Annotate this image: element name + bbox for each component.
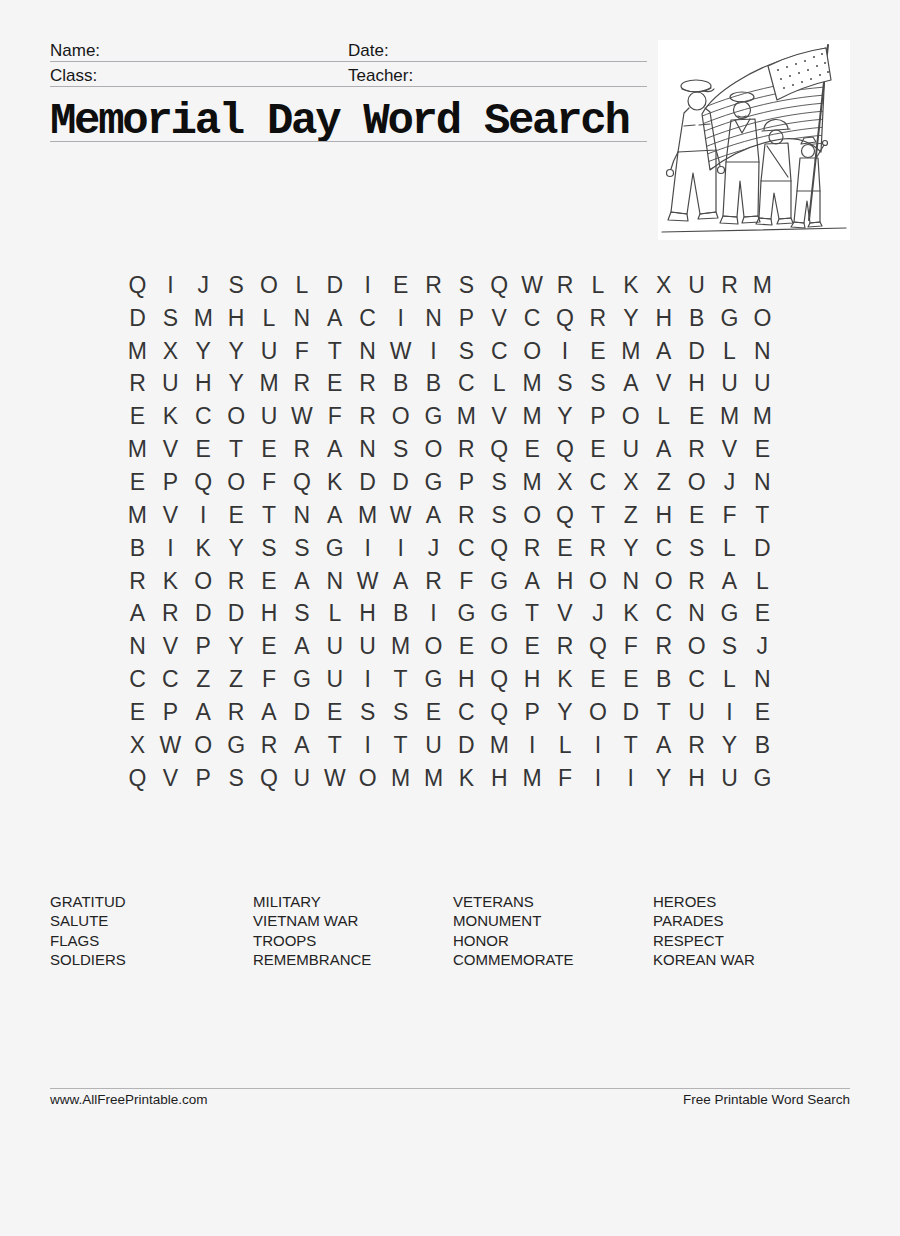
grid-cell-r8-c7[interactable]: A <box>318 499 351 532</box>
grid-cell-r11-c16[interactable]: K <box>614 597 647 630</box>
grid-cell-r5-c11[interactable]: M <box>450 400 483 433</box>
grid-cell-r1-c20[interactable]: M <box>746 269 779 302</box>
grid-cell-r2-c19[interactable]: G <box>713 302 746 335</box>
grid-cell-r15-c12[interactable]: M <box>483 729 516 762</box>
grid-cell-r1-c7[interactable]: D <box>318 269 351 302</box>
grid-cell-r15-c5[interactable]: R <box>253 729 286 762</box>
grid-cell-r2-c17[interactable]: H <box>647 302 680 335</box>
grid-cell-r6-c13[interactable]: E <box>516 433 549 466</box>
grid-cell-r6-c20[interactable]: E <box>746 433 779 466</box>
grid-cell-r2-c7[interactable]: A <box>318 302 351 335</box>
grid-cell-r10-c10[interactable]: R <box>417 565 450 598</box>
grid-cell-r9-c3[interactable]: K <box>187 532 220 565</box>
grid-cell-r5-c13[interactable]: M <box>516 400 549 433</box>
grid-cell-r10-c15[interactable]: O <box>581 565 614 598</box>
grid-cell-r7-c6[interactable]: Q <box>285 466 318 499</box>
grid-cell-r13-c5[interactable]: F <box>253 663 286 696</box>
grid-cell-r12-c3[interactable]: P <box>187 630 220 663</box>
grid-cell-r9-c4[interactable]: Y <box>220 532 253 565</box>
grid-cell-r14-c17[interactable]: T <box>647 696 680 729</box>
grid-cell-r8-c5[interactable]: T <box>253 499 286 532</box>
grid-cell-r13-c3[interactable]: Z <box>187 663 220 696</box>
grid-cell-r14-c6[interactable]: D <box>285 696 318 729</box>
grid-cell-r15-c8[interactable]: I <box>351 729 384 762</box>
grid-cell-r10-c11[interactable]: F <box>450 565 483 598</box>
grid-cell-r12-c8[interactable]: U <box>351 630 384 663</box>
grid-cell-r5-c19[interactable]: M <box>713 400 746 433</box>
grid-cell-r2-c9[interactable]: I <box>384 302 417 335</box>
grid-cell-r6-c1[interactable]: M <box>121 433 154 466</box>
grid-cell-r3-c18[interactable]: D <box>680 335 713 368</box>
grid-cell-r14-c7[interactable]: E <box>318 696 351 729</box>
grid-cell-r6-c2[interactable]: V <box>154 433 187 466</box>
grid-cell-r2-c18[interactable]: B <box>680 302 713 335</box>
grid-cell-r12-c18[interactable]: O <box>680 630 713 663</box>
grid-cell-r9-c8[interactable]: I <box>351 532 384 565</box>
grid-cell-r13-c11[interactable]: H <box>450 663 483 696</box>
grid-cell-r8-c18[interactable]: E <box>680 499 713 532</box>
grid-cell-r10-c5[interactable]: E <box>253 565 286 598</box>
grid-cell-r6-c12[interactable]: Q <box>483 433 516 466</box>
grid-cell-r9-c9[interactable]: I <box>384 532 417 565</box>
grid-cell-r13-c9[interactable]: T <box>384 663 417 696</box>
grid-cell-r13-c16[interactable]: E <box>614 663 647 696</box>
grid-cell-r13-c1[interactable]: C <box>121 663 154 696</box>
grid-cell-r11-c11[interactable]: G <box>450 597 483 630</box>
grid-cell-r14-c4[interactable]: R <box>220 696 253 729</box>
grid-cell-r5-c3[interactable]: C <box>187 400 220 433</box>
grid-cell-r7-c20[interactable]: N <box>746 466 779 499</box>
grid-cell-r13-c10[interactable]: G <box>417 663 450 696</box>
grid-cell-r3-c20[interactable]: N <box>746 335 779 368</box>
grid-cell-r7-c8[interactable]: D <box>351 466 384 499</box>
grid-cell-r5-c4[interactable]: O <box>220 400 253 433</box>
grid-cell-r7-c18[interactable]: O <box>680 466 713 499</box>
grid-cell-r5-c18[interactable]: E <box>680 400 713 433</box>
grid-cell-r1-c19[interactable]: R <box>713 269 746 302</box>
grid-cell-r10-c20[interactable]: L <box>746 565 779 598</box>
grid-cell-r12-c17[interactable]: R <box>647 630 680 663</box>
grid-cell-r6-c6[interactable]: R <box>285 433 318 466</box>
grid-cell-r12-c20[interactable]: J <box>746 630 779 663</box>
grid-cell-r10-c16[interactable]: N <box>614 565 647 598</box>
grid-cell-r2-c14[interactable]: Q <box>549 302 582 335</box>
grid-cell-r7-c19[interactable]: J <box>713 466 746 499</box>
grid-cell-r7-c7[interactable]: K <box>318 466 351 499</box>
grid-cell-r1-c6[interactable]: L <box>285 269 318 302</box>
grid-cell-r3-c12[interactable]: C <box>483 335 516 368</box>
grid-cell-r4-c13[interactable]: M <box>516 368 549 401</box>
grid-cell-r7-c11[interactable]: P <box>450 466 483 499</box>
grid-cell-r9-c18[interactable]: S <box>680 532 713 565</box>
grid-cell-r1-c13[interactable]: W <box>516 269 549 302</box>
grid-cell-r13-c19[interactable]: L <box>713 663 746 696</box>
grid-cell-r13-c14[interactable]: K <box>549 663 582 696</box>
grid-cell-r15-c3[interactable]: O <box>187 729 220 762</box>
grid-cell-r16-c17[interactable]: Y <box>647 762 680 795</box>
grid-cell-r3-c14[interactable]: I <box>549 335 582 368</box>
grid-cell-r9-c14[interactable]: E <box>549 532 582 565</box>
grid-cell-r10-c9[interactable]: A <box>384 565 417 598</box>
grid-cell-r16-c19[interactable]: U <box>713 762 746 795</box>
grid-cell-r2-c10[interactable]: N <box>417 302 450 335</box>
grid-cell-r16-c5[interactable]: Q <box>253 762 286 795</box>
grid-cell-r14-c14[interactable]: Y <box>549 696 582 729</box>
grid-cell-r4-c17[interactable]: V <box>647 368 680 401</box>
grid-cell-r10-c1[interactable]: R <box>121 565 154 598</box>
grid-cell-r10-c2[interactable]: K <box>154 565 187 598</box>
grid-cell-r6-c18[interactable]: R <box>680 433 713 466</box>
grid-cell-r9-c1[interactable]: B <box>121 532 154 565</box>
grid-cell-r5-c9[interactable]: O <box>384 400 417 433</box>
grid-cell-r1-c12[interactable]: Q <box>483 269 516 302</box>
grid-cell-r14-c18[interactable]: U <box>680 696 713 729</box>
grid-cell-r12-c13[interactable]: E <box>516 630 549 663</box>
grid-cell-r14-c13[interactable]: P <box>516 696 549 729</box>
grid-cell-r2-c15[interactable]: R <box>581 302 614 335</box>
grid-cell-r8-c20[interactable]: T <box>746 499 779 532</box>
grid-cell-r3-c2[interactable]: X <box>154 335 187 368</box>
grid-cell-r5-c17[interactable]: L <box>647 400 680 433</box>
grid-cell-r8-c2[interactable]: V <box>154 499 187 532</box>
grid-cell-r10-c4[interactable]: R <box>220 565 253 598</box>
grid-cell-r9-c12[interactable]: Q <box>483 532 516 565</box>
grid-cell-r8-c17[interactable]: H <box>647 499 680 532</box>
grid-cell-r14-c11[interactable]: C <box>450 696 483 729</box>
grid-cell-r15-c9[interactable]: T <box>384 729 417 762</box>
grid-cell-r9-c5[interactable]: S <box>253 532 286 565</box>
grid-cell-r9-c15[interactable]: R <box>581 532 614 565</box>
grid-cell-r4-c5[interactable]: M <box>253 368 286 401</box>
grid-cell-r3-c17[interactable]: A <box>647 335 680 368</box>
grid-cell-r11-c10[interactable]: I <box>417 597 450 630</box>
grid-cell-r11-c13[interactable]: T <box>516 597 549 630</box>
grid-cell-r4-c15[interactable]: S <box>581 368 614 401</box>
grid-cell-r1-c1[interactable]: Q <box>121 269 154 302</box>
grid-cell-r8-c12[interactable]: S <box>483 499 516 532</box>
grid-cell-r10-c6[interactable]: A <box>285 565 318 598</box>
grid-cell-r1-c2[interactable]: I <box>154 269 187 302</box>
grid-cell-r4-c18[interactable]: H <box>680 368 713 401</box>
grid-cell-r16-c10[interactable]: M <box>417 762 450 795</box>
grid-cell-r12-c1[interactable]: N <box>121 630 154 663</box>
grid-cell-r15-c7[interactable]: T <box>318 729 351 762</box>
grid-cell-r9-c17[interactable]: C <box>647 532 680 565</box>
grid-cell-r16-c1[interactable]: Q <box>121 762 154 795</box>
grid-cell-r4-c16[interactable]: A <box>614 368 647 401</box>
grid-cell-r9-c16[interactable]: Y <box>614 532 647 565</box>
grid-cell-r12-c6[interactable]: A <box>285 630 318 663</box>
grid-cell-r3-c5[interactable]: U <box>253 335 286 368</box>
grid-cell-r1-c18[interactable]: U <box>680 269 713 302</box>
grid-cell-r5-c6[interactable]: W <box>285 400 318 433</box>
grid-cell-r11-c5[interactable]: H <box>253 597 286 630</box>
grid-cell-r11-c2[interactable]: R <box>154 597 187 630</box>
grid-cell-r2-c6[interactable]: N <box>285 302 318 335</box>
grid-cell-r4-c9[interactable]: B <box>384 368 417 401</box>
grid-cell-r11-c4[interactable]: D <box>220 597 253 630</box>
grid-cell-r13-c18[interactable]: C <box>680 663 713 696</box>
grid-cell-r16-c8[interactable]: O <box>351 762 384 795</box>
grid-cell-r3-c16[interactable]: M <box>614 335 647 368</box>
grid-cell-r12-c7[interactable]: U <box>318 630 351 663</box>
grid-cell-r13-c4[interactable]: Z <box>220 663 253 696</box>
grid-cell-r13-c13[interactable]: H <box>516 663 549 696</box>
grid-cell-r16-c11[interactable]: K <box>450 762 483 795</box>
grid-cell-r1-c5[interactable]: O <box>253 269 286 302</box>
grid-cell-r6-c8[interactable]: N <box>351 433 384 466</box>
grid-cell-r3-c1[interactable]: M <box>121 335 154 368</box>
grid-cell-r6-c16[interactable]: U <box>614 433 647 466</box>
grid-cell-r5-c8[interactable]: R <box>351 400 384 433</box>
grid-cell-r11-c8[interactable]: H <box>351 597 384 630</box>
grid-cell-r7-c17[interactable]: Z <box>647 466 680 499</box>
grid-cell-r15-c11[interactable]: D <box>450 729 483 762</box>
grid-cell-r14-c19[interactable]: I <box>713 696 746 729</box>
grid-cell-r1-c4[interactable]: S <box>220 269 253 302</box>
grid-cell-r13-c20[interactable]: N <box>746 663 779 696</box>
grid-cell-r7-c2[interactable]: P <box>154 466 187 499</box>
grid-cell-r16-c16[interactable]: I <box>614 762 647 795</box>
grid-cell-r13-c8[interactable]: I <box>351 663 384 696</box>
grid-cell-r6-c11[interactable]: R <box>450 433 483 466</box>
grid-cell-r1-c10[interactable]: R <box>417 269 450 302</box>
grid-cell-r12-c11[interactable]: E <box>450 630 483 663</box>
grid-cell-r11-c20[interactable]: E <box>746 597 779 630</box>
grid-cell-r7-c9[interactable]: D <box>384 466 417 499</box>
grid-cell-r4-c2[interactable]: U <box>154 368 187 401</box>
grid-cell-r12-c15[interactable]: Q <box>581 630 614 663</box>
grid-cell-r9-c19[interactable]: L <box>713 532 746 565</box>
grid-cell-r14-c10[interactable]: E <box>417 696 450 729</box>
grid-cell-r14-c9[interactable]: S <box>384 696 417 729</box>
grid-cell-r5-c14[interactable]: Y <box>549 400 582 433</box>
grid-cell-r1-c16[interactable]: K <box>614 269 647 302</box>
grid-cell-r13-c6[interactable]: G <box>285 663 318 696</box>
grid-cell-r3-c8[interactable]: N <box>351 335 384 368</box>
grid-cell-r12-c4[interactable]: Y <box>220 630 253 663</box>
grid-cell-r15-c14[interactable]: L <box>549 729 582 762</box>
grid-cell-r5-c15[interactable]: P <box>581 400 614 433</box>
grid-cell-r11-c12[interactable]: G <box>483 597 516 630</box>
grid-cell-r14-c8[interactable]: S <box>351 696 384 729</box>
grid-cell-r16-c4[interactable]: S <box>220 762 253 795</box>
grid-cell-r2-c1[interactable]: D <box>121 302 154 335</box>
grid-cell-r15-c16[interactable]: T <box>614 729 647 762</box>
grid-cell-r2-c20[interactable]: O <box>746 302 779 335</box>
grid-cell-r14-c16[interactable]: D <box>614 696 647 729</box>
grid-cell-r5-c7[interactable]: F <box>318 400 351 433</box>
grid-cell-r1-c3[interactable]: J <box>187 269 220 302</box>
grid-cell-r2-c2[interactable]: S <box>154 302 187 335</box>
grid-cell-r4-c19[interactable]: U <box>713 368 746 401</box>
grid-cell-r10-c19[interactable]: A <box>713 565 746 598</box>
grid-cell-r14-c20[interactable]: E <box>746 696 779 729</box>
grid-cell-r15-c6[interactable]: A <box>285 729 318 762</box>
grid-cell-r9-c6[interactable]: S <box>285 532 318 565</box>
grid-cell-r8-c9[interactable]: W <box>384 499 417 532</box>
grid-cell-r14-c3[interactable]: A <box>187 696 220 729</box>
grid-cell-r2-c11[interactable]: P <box>450 302 483 335</box>
grid-cell-r8-c13[interactable]: O <box>516 499 549 532</box>
grid-cell-r11-c18[interactable]: N <box>680 597 713 630</box>
grid-cell-r8-c14[interactable]: Q <box>549 499 582 532</box>
grid-cell-r10-c14[interactable]: H <box>549 565 582 598</box>
grid-cell-r8-c1[interactable]: M <box>121 499 154 532</box>
grid-cell-r14-c5[interactable]: A <box>253 696 286 729</box>
grid-cell-r6-c14[interactable]: Q <box>549 433 582 466</box>
grid-cell-r4-c11[interactable]: C <box>450 368 483 401</box>
grid-cell-r3-c3[interactable]: Y <box>187 335 220 368</box>
grid-cell-r2-c3[interactable]: M <box>187 302 220 335</box>
grid-cell-r4-c3[interactable]: H <box>187 368 220 401</box>
grid-cell-r7-c10[interactable]: G <box>417 466 450 499</box>
grid-cell-r10-c3[interactable]: O <box>187 565 220 598</box>
grid-cell-r8-c10[interactable]: A <box>417 499 450 532</box>
grid-cell-r16-c9[interactable]: M <box>384 762 417 795</box>
grid-cell-r12-c5[interactable]: E <box>253 630 286 663</box>
grid-cell-r7-c12[interactable]: S <box>483 466 516 499</box>
grid-cell-r10-c7[interactable]: N <box>318 565 351 598</box>
grid-cell-r4-c7[interactable]: E <box>318 368 351 401</box>
grid-cell-r16-c3[interactable]: P <box>187 762 220 795</box>
grid-cell-r16-c7[interactable]: W <box>318 762 351 795</box>
grid-cell-r9-c11[interactable]: C <box>450 532 483 565</box>
grid-cell-r9-c2[interactable]: I <box>154 532 187 565</box>
grid-cell-r3-c11[interactable]: S <box>450 335 483 368</box>
grid-cell-r6-c5[interactable]: E <box>253 433 286 466</box>
grid-cell-r16-c2[interactable]: V <box>154 762 187 795</box>
grid-cell-r9-c13[interactable]: R <box>516 532 549 565</box>
grid-cell-r10-c18[interactable]: R <box>680 565 713 598</box>
grid-cell-r16-c12[interactable]: H <box>483 762 516 795</box>
grid-cell-r6-c17[interactable]: A <box>647 433 680 466</box>
grid-cell-r2-c12[interactable]: V <box>483 302 516 335</box>
grid-cell-r11-c3[interactable]: D <box>187 597 220 630</box>
grid-cell-r5-c12[interactable]: V <box>483 400 516 433</box>
grid-cell-r8-c15[interactable]: T <box>581 499 614 532</box>
grid-cell-r5-c10[interactable]: G <box>417 400 450 433</box>
grid-cell-r15-c20[interactable]: B <box>746 729 779 762</box>
grid-cell-r9-c7[interactable]: G <box>318 532 351 565</box>
grid-cell-r12-c12[interactable]: O <box>483 630 516 663</box>
grid-cell-r6-c19[interactable]: V <box>713 433 746 466</box>
grid-cell-r4-c8[interactable]: R <box>351 368 384 401</box>
grid-cell-r1-c11[interactable]: S <box>450 269 483 302</box>
grid-cell-r1-c17[interactable]: X <box>647 269 680 302</box>
grid-cell-r16-c20[interactable]: G <box>746 762 779 795</box>
grid-cell-r12-c9[interactable]: M <box>384 630 417 663</box>
grid-cell-r2-c8[interactable]: C <box>351 302 384 335</box>
grid-cell-r3-c19[interactable]: L <box>713 335 746 368</box>
grid-cell-r4-c10[interactable]: B <box>417 368 450 401</box>
grid-cell-r13-c17[interactable]: B <box>647 663 680 696</box>
grid-cell-r11-c7[interactable]: L <box>318 597 351 630</box>
grid-cell-r2-c4[interactable]: H <box>220 302 253 335</box>
grid-cell-r13-c7[interactable]: U <box>318 663 351 696</box>
grid-cell-r2-c16[interactable]: Y <box>614 302 647 335</box>
grid-cell-r15-c13[interactable]: I <box>516 729 549 762</box>
grid-cell-r11-c6[interactable]: S <box>285 597 318 630</box>
grid-cell-r13-c2[interactable]: C <box>154 663 187 696</box>
grid-cell-r12-c10[interactable]: O <box>417 630 450 663</box>
grid-cell-r12-c19[interactable]: S <box>713 630 746 663</box>
grid-cell-r8-c16[interactable]: Z <box>614 499 647 532</box>
grid-cell-r8-c6[interactable]: N <box>285 499 318 532</box>
grid-cell-r1-c15[interactable]: L <box>581 269 614 302</box>
grid-cell-r5-c16[interactable]: O <box>614 400 647 433</box>
grid-cell-r4-c4[interactable]: Y <box>220 368 253 401</box>
grid-cell-r3-c9[interactable]: W <box>384 335 417 368</box>
grid-cell-r4-c20[interactable]: U <box>746 368 779 401</box>
grid-cell-r16-c15[interactable]: I <box>581 762 614 795</box>
grid-cell-r7-c13[interactable]: M <box>516 466 549 499</box>
grid-cell-r13-c12[interactable]: Q <box>483 663 516 696</box>
grid-cell-r15-c4[interactable]: G <box>220 729 253 762</box>
grid-cell-r8-c19[interactable]: F <box>713 499 746 532</box>
grid-cell-r7-c15[interactable]: C <box>581 466 614 499</box>
grid-cell-r13-c15[interactable]: E <box>581 663 614 696</box>
grid-cell-r3-c15[interactable]: E <box>581 335 614 368</box>
grid-cell-r8-c8[interactable]: M <box>351 499 384 532</box>
grid-cell-r2-c13[interactable]: C <box>516 302 549 335</box>
grid-cell-r15-c10[interactable]: U <box>417 729 450 762</box>
grid-cell-r3-c6[interactable]: F <box>285 335 318 368</box>
grid-cell-r1-c9[interactable]: E <box>384 269 417 302</box>
grid-cell-r5-c20[interactable]: M <box>746 400 779 433</box>
grid-cell-r5-c1[interactable]: E <box>121 400 154 433</box>
grid-cell-r9-c10[interactable]: J <box>417 532 450 565</box>
grid-cell-r3-c4[interactable]: Y <box>220 335 253 368</box>
grid-cell-r7-c3[interactable]: Q <box>187 466 220 499</box>
grid-cell-r6-c3[interactable]: E <box>187 433 220 466</box>
grid-cell-r2-c5[interactable]: L <box>253 302 286 335</box>
grid-cell-r14-c15[interactable]: O <box>581 696 614 729</box>
grid-cell-r7-c1[interactable]: E <box>121 466 154 499</box>
grid-cell-r11-c17[interactable]: C <box>647 597 680 630</box>
grid-cell-r6-c9[interactable]: S <box>384 433 417 466</box>
grid-cell-r14-c1[interactable]: E <box>121 696 154 729</box>
grid-cell-r6-c7[interactable]: A <box>318 433 351 466</box>
grid-cell-r10-c12[interactable]: G <box>483 565 516 598</box>
grid-cell-r10-c8[interactable]: W <box>351 565 384 598</box>
grid-cell-r11-c1[interactable]: A <box>121 597 154 630</box>
grid-cell-r8-c4[interactable]: E <box>220 499 253 532</box>
grid-cell-r12-c16[interactable]: F <box>614 630 647 663</box>
grid-cell-r4-c6[interactable]: R <box>285 368 318 401</box>
grid-cell-r6-c4[interactable]: T <box>220 433 253 466</box>
grid-cell-r3-c13[interactable]: O <box>516 335 549 368</box>
grid-cell-r7-c4[interactable]: O <box>220 466 253 499</box>
grid-cell-r12-c2[interactable]: V <box>154 630 187 663</box>
grid-cell-r15-c18[interactable]: R <box>680 729 713 762</box>
grid-cell-r16-c6[interactable]: U <box>285 762 318 795</box>
grid-cell-r15-c1[interactable]: X <box>121 729 154 762</box>
grid-cell-r11-c14[interactable]: V <box>549 597 582 630</box>
grid-cell-r15-c19[interactable]: Y <box>713 729 746 762</box>
grid-cell-r12-c14[interactable]: R <box>549 630 582 663</box>
grid-cell-r4-c12[interactable]: L <box>483 368 516 401</box>
grid-cell-r1-c14[interactable]: R <box>549 269 582 302</box>
grid-cell-r5-c2[interactable]: K <box>154 400 187 433</box>
grid-cell-r11-c19[interactable]: G <box>713 597 746 630</box>
grid-cell-r8-c11[interactable]: R <box>450 499 483 532</box>
grid-cell-r15-c15[interactable]: I <box>581 729 614 762</box>
grid-cell-r5-c5[interactable]: U <box>253 400 286 433</box>
grid-cell-r8-c3[interactable]: I <box>187 499 220 532</box>
grid-cell-r3-c7[interactable]: T <box>318 335 351 368</box>
grid-cell-r14-c12[interactable]: Q <box>483 696 516 729</box>
